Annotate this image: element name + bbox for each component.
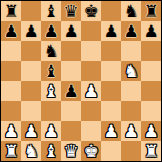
square-d6[interactable] bbox=[61, 41, 81, 61]
square-e1[interactable]: ♚ bbox=[81, 141, 101, 161]
piece-white-knight[interactable]: ♞ bbox=[23, 141, 38, 161]
square-h2[interactable]: ♟ bbox=[141, 121, 161, 141]
square-f3[interactable] bbox=[101, 101, 121, 121]
piece-black-pawn[interactable]: ♟ bbox=[63, 21, 78, 41]
square-c1[interactable]: ♝ bbox=[41, 141, 61, 161]
piece-black-rook[interactable]: ♜ bbox=[143, 1, 158, 21]
square-c6[interactable]: ♞ bbox=[41, 41, 61, 61]
square-a7[interactable]: ♟ bbox=[1, 21, 21, 41]
piece-white-bishop[interactable]: ♝ bbox=[43, 141, 58, 161]
square-b6[interactable] bbox=[21, 41, 41, 61]
piece-white-knight[interactable]: ♞ bbox=[123, 61, 138, 81]
square-d8[interactable]: ♛ bbox=[61, 1, 81, 21]
piece-black-bishop[interactable]: ♝ bbox=[43, 1, 58, 21]
square-e6[interactable] bbox=[81, 41, 101, 61]
square-b1[interactable]: ♞ bbox=[21, 141, 41, 161]
piece-black-rook[interactable]: ♜ bbox=[3, 1, 18, 21]
square-a3[interactable] bbox=[1, 101, 21, 121]
square-a6[interactable] bbox=[1, 41, 21, 61]
square-h4[interactable] bbox=[141, 81, 161, 101]
square-d3[interactable] bbox=[61, 101, 81, 121]
square-d5[interactable] bbox=[61, 61, 81, 81]
square-e5[interactable] bbox=[81, 61, 101, 81]
square-b2[interactable]: ♟ bbox=[21, 121, 41, 141]
piece-white-pawn[interactable]: ♟ bbox=[83, 81, 98, 101]
piece-white-pawn[interactable]: ♟ bbox=[103, 121, 118, 141]
square-g1[interactable] bbox=[121, 141, 141, 161]
square-c7[interactable]: ♟ bbox=[41, 21, 61, 41]
piece-white-pawn[interactable]: ♟ bbox=[123, 121, 138, 141]
square-b3[interactable] bbox=[21, 101, 41, 121]
piece-white-pawn[interactable]: ♟ bbox=[23, 121, 38, 141]
chess-board: ♜♝♛♚♞♜♟♟♟♟♟♟♟♞♝♞♝♟♟♟♟♟♟♟♟♜♞♝♛♚♜ bbox=[1, 1, 161, 161]
piece-white-pawn[interactable]: ♟ bbox=[143, 121, 158, 141]
piece-white-king[interactable]: ♚ bbox=[83, 141, 98, 161]
square-h6[interactable] bbox=[141, 41, 161, 61]
square-b7[interactable]: ♟ bbox=[21, 21, 41, 41]
square-c4[interactable]: ♝ bbox=[41, 81, 61, 101]
piece-black-pawn[interactable]: ♟ bbox=[43, 21, 58, 41]
square-b5[interactable] bbox=[21, 61, 41, 81]
square-g2[interactable]: ♟ bbox=[121, 121, 141, 141]
piece-black-bishop[interactable]: ♝ bbox=[43, 61, 58, 81]
square-f4[interactable] bbox=[101, 81, 121, 101]
square-h3[interactable] bbox=[141, 101, 161, 121]
piece-black-pawn[interactable]: ♟ bbox=[3, 21, 18, 41]
square-b8[interactable] bbox=[21, 1, 41, 21]
piece-black-knight[interactable]: ♞ bbox=[43, 41, 58, 61]
square-h7[interactable]: ♟ bbox=[141, 21, 161, 41]
piece-black-knight[interactable]: ♞ bbox=[123, 1, 138, 21]
square-c2[interactable]: ♟ bbox=[41, 121, 61, 141]
square-c3[interactable] bbox=[41, 101, 61, 121]
square-b4[interactable] bbox=[21, 81, 41, 101]
square-a8[interactable]: ♜ bbox=[1, 1, 21, 21]
square-a1[interactable]: ♜ bbox=[1, 141, 21, 161]
piece-white-rook[interactable]: ♜ bbox=[3, 141, 18, 161]
square-g4[interactable] bbox=[121, 81, 141, 101]
square-e3[interactable] bbox=[81, 101, 101, 121]
square-f2[interactable]: ♟ bbox=[101, 121, 121, 141]
square-d4[interactable]: ♟ bbox=[61, 81, 81, 101]
square-a4[interactable] bbox=[1, 81, 21, 101]
square-a2[interactable]: ♟ bbox=[1, 121, 21, 141]
square-f7[interactable]: ♟ bbox=[101, 21, 121, 41]
piece-white-rook[interactable]: ♜ bbox=[143, 141, 158, 161]
square-c8[interactable]: ♝ bbox=[41, 1, 61, 21]
square-g8[interactable]: ♞ bbox=[121, 1, 141, 21]
piece-white-queen[interactable]: ♛ bbox=[63, 141, 78, 161]
square-e4[interactable]: ♟ bbox=[81, 81, 101, 101]
piece-white-bishop[interactable]: ♝ bbox=[43, 81, 58, 101]
square-d1[interactable]: ♛ bbox=[61, 141, 81, 161]
square-h8[interactable]: ♜ bbox=[141, 1, 161, 21]
square-e8[interactable]: ♚ bbox=[81, 1, 101, 21]
piece-black-king[interactable]: ♚ bbox=[83, 1, 98, 21]
piece-black-pawn[interactable]: ♟ bbox=[23, 21, 38, 41]
square-h1[interactable]: ♜ bbox=[141, 141, 161, 161]
square-g3[interactable] bbox=[121, 101, 141, 121]
square-f6[interactable] bbox=[101, 41, 121, 61]
square-a5[interactable] bbox=[1, 61, 21, 81]
piece-black-queen[interactable]: ♛ bbox=[63, 1, 78, 21]
square-g6[interactable] bbox=[121, 41, 141, 61]
piece-white-pawn[interactable]: ♟ bbox=[3, 121, 18, 141]
square-d2[interactable] bbox=[61, 121, 81, 141]
chess-board-frame: ♜♝♛♚♞♜♟♟♟♟♟♟♟♞♝♞♝♟♟♟♟♟♟♟♟♜♞♝♛♚♜ bbox=[0, 0, 162, 162]
square-e7[interactable] bbox=[81, 21, 101, 41]
square-f1[interactable] bbox=[101, 141, 121, 161]
square-f5[interactable] bbox=[101, 61, 121, 81]
piece-black-pawn[interactable]: ♟ bbox=[103, 21, 118, 41]
piece-black-pawn[interactable]: ♟ bbox=[143, 21, 158, 41]
square-g7[interactable]: ♟ bbox=[121, 21, 141, 41]
square-h5[interactable] bbox=[141, 61, 161, 81]
square-f8[interactable] bbox=[101, 1, 121, 21]
piece-black-pawn[interactable]: ♟ bbox=[63, 81, 78, 101]
square-c5[interactable]: ♝ bbox=[41, 61, 61, 81]
piece-black-pawn[interactable]: ♟ bbox=[123, 21, 138, 41]
square-g5[interactable]: ♞ bbox=[121, 61, 141, 81]
square-e2[interactable] bbox=[81, 121, 101, 141]
square-d7[interactable]: ♟ bbox=[61, 21, 81, 41]
piece-white-pawn[interactable]: ♟ bbox=[43, 121, 58, 141]
